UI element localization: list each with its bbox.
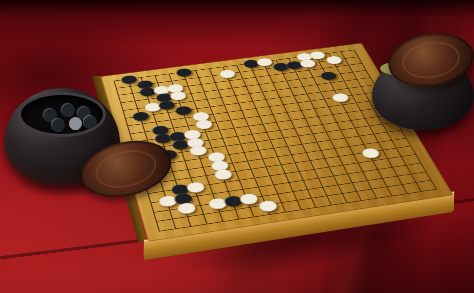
white-stone[interactable]: ● (217, 69, 234, 78)
black-stone[interactable]: ● (119, 74, 135, 83)
hoshi-point (195, 195, 199, 197)
black-stone-in-bowl: ● (51, 117, 65, 131)
black-stone[interactable]: ● (174, 67, 191, 76)
white-stone[interactable]: ● (359, 147, 378, 158)
black-stone[interactable]: ● (131, 111, 148, 121)
hoshi-point (349, 119, 353, 121)
white-stone[interactable]: ● (330, 93, 348, 102)
black-stone-bowl-opening: ●●●●●● (18, 92, 106, 137)
hoshi-point (244, 85, 247, 87)
hoshi-point (264, 131, 268, 133)
black-stone[interactable]: ● (318, 71, 335, 80)
white-stone[interactable]: ● (212, 168, 231, 179)
hoshi-point (287, 182, 291, 184)
white-stone-bowl (372, 36, 474, 130)
black-stone[interactable]: ● (157, 100, 174, 110)
photo-stage: ●●●●●●●●●●●●●●●●●●●●●●●●●●●●●●●●●●●●●●●●… (0, 0, 474, 293)
white-stone[interactable]: ● (254, 57, 271, 66)
white-stone[interactable]: ● (256, 200, 276, 212)
gray-stone-in-bowl: ● (68, 115, 82, 129)
white-stone[interactable]: ● (297, 59, 314, 68)
white-stone[interactable]: ● (175, 202, 194, 214)
hoshi-point (376, 168, 380, 170)
white-stone[interactable]: ● (237, 193, 256, 205)
black-stone-in-bowl: ● (83, 114, 97, 128)
white-stone[interactable]: ● (324, 56, 341, 65)
